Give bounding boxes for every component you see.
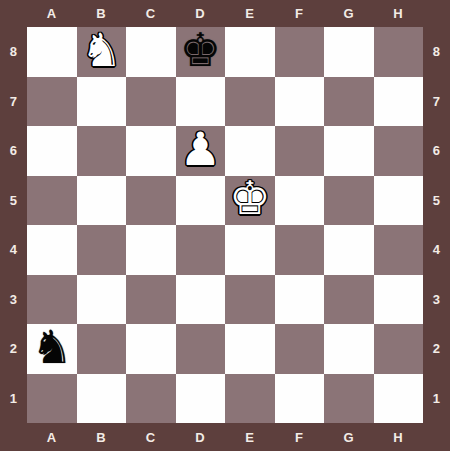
file-label-h: H [374, 0, 424, 27]
file-label-c: C [126, 423, 176, 451]
file-label-f: F [275, 423, 325, 451]
square-b3[interactable] [77, 275, 127, 325]
square-g4[interactable] [324, 225, 374, 275]
rank-label-1: 1 [423, 374, 450, 424]
white-king-e5[interactable]: ♚ [229, 175, 270, 221]
square-a2[interactable]: ♞ [27, 324, 77, 374]
square-e7[interactable] [225, 77, 275, 127]
rank-label-8: 8 [423, 27, 450, 77]
square-h8[interactable] [374, 27, 424, 77]
square-e4[interactable] [225, 225, 275, 275]
rank-label-3: 3 [0, 275, 27, 325]
rank-label-3: 3 [423, 275, 450, 325]
square-h3[interactable] [374, 275, 424, 325]
white-knight-b8[interactable]: ♞ [81, 27, 122, 73]
file-label-e: E [225, 0, 275, 27]
square-f4[interactable] [275, 225, 325, 275]
square-h6[interactable] [374, 126, 424, 176]
file-label-h: H [374, 423, 424, 451]
square-f7[interactable] [275, 77, 325, 127]
square-e1[interactable] [225, 374, 275, 424]
square-h7[interactable] [374, 77, 424, 127]
rank-label-6: 6 [0, 126, 27, 176]
square-h5[interactable] [374, 176, 424, 226]
square-e5[interactable]: ♚ [225, 176, 275, 226]
square-g7[interactable] [324, 77, 374, 127]
square-d7[interactable] [176, 77, 226, 127]
file-label-c: C [126, 0, 176, 27]
white-pawn-d6[interactable]: ♟ [180, 126, 221, 172]
square-g2[interactable] [324, 324, 374, 374]
square-d8[interactable]: ♚ [176, 27, 226, 77]
square-a6[interactable] [27, 126, 77, 176]
file-label-g: G [324, 0, 374, 27]
chessboard: ABCDEFGH ABCDEFGH 87654321 87654321 ♞♚♟♚… [0, 0, 450, 451]
rank-label-7: 7 [423, 77, 450, 127]
square-h4[interactable] [374, 225, 424, 275]
square-e8[interactable] [225, 27, 275, 77]
square-c3[interactable] [126, 275, 176, 325]
square-g3[interactable] [324, 275, 374, 325]
square-g6[interactable] [324, 126, 374, 176]
file-label-a: A [27, 423, 77, 451]
black-king-d8[interactable]: ♚ [180, 27, 221, 73]
square-c4[interactable] [126, 225, 176, 275]
rank-label-1: 1 [0, 374, 27, 424]
square-g8[interactable] [324, 27, 374, 77]
rank-label-8: 8 [0, 27, 27, 77]
rank-labels-right: 87654321 [423, 27, 450, 423]
square-e2[interactable] [225, 324, 275, 374]
rank-label-5: 5 [0, 176, 27, 226]
square-a8[interactable] [27, 27, 77, 77]
file-label-b: B [77, 423, 127, 451]
square-f5[interactable] [275, 176, 325, 226]
rank-label-2: 2 [423, 324, 450, 374]
square-d1[interactable] [176, 374, 226, 424]
file-label-f: F [275, 0, 325, 27]
square-c2[interactable] [126, 324, 176, 374]
file-label-d: D [176, 423, 226, 451]
rank-label-6: 6 [423, 126, 450, 176]
square-a3[interactable] [27, 275, 77, 325]
square-d3[interactable] [176, 275, 226, 325]
square-b8[interactable]: ♞ [77, 27, 127, 77]
rank-label-5: 5 [423, 176, 450, 226]
square-e3[interactable] [225, 275, 275, 325]
rank-label-2: 2 [0, 324, 27, 374]
square-c6[interactable] [126, 126, 176, 176]
square-b4[interactable] [77, 225, 127, 275]
board-grid: ♞♚♟♚♞ [27, 27, 423, 423]
square-b5[interactable] [77, 176, 127, 226]
square-c8[interactable] [126, 27, 176, 77]
rank-label-4: 4 [423, 225, 450, 275]
square-b7[interactable] [77, 77, 127, 127]
square-a4[interactable] [27, 225, 77, 275]
square-b1[interactable] [77, 374, 127, 424]
square-b2[interactable] [77, 324, 127, 374]
file-label-g: G [324, 423, 374, 451]
square-d2[interactable] [176, 324, 226, 374]
square-c1[interactable] [126, 374, 176, 424]
black-knight-a2[interactable]: ♞ [31, 324, 72, 370]
square-h2[interactable] [374, 324, 424, 374]
rank-labels-left: 87654321 [0, 27, 27, 423]
rank-label-4: 4 [0, 225, 27, 275]
file-label-e: E [225, 423, 275, 451]
square-h1[interactable] [374, 374, 424, 424]
square-f2[interactable] [275, 324, 325, 374]
square-c7[interactable] [126, 77, 176, 127]
square-b6[interactable] [77, 126, 127, 176]
square-a1[interactable] [27, 374, 77, 424]
square-f6[interactable] [275, 126, 325, 176]
square-d4[interactable] [176, 225, 226, 275]
square-d6[interactable]: ♟ [176, 126, 226, 176]
square-g5[interactable] [324, 176, 374, 226]
square-f1[interactable] [275, 374, 325, 424]
file-labels-bottom: ABCDEFGH [27, 423, 423, 451]
square-f8[interactable] [275, 27, 325, 77]
square-f3[interactable] [275, 275, 325, 325]
square-a7[interactable] [27, 77, 77, 127]
square-a5[interactable] [27, 176, 77, 226]
square-e6[interactable] [225, 126, 275, 176]
square-g1[interactable] [324, 374, 374, 424]
square-d5[interactable] [176, 176, 226, 226]
square-c5[interactable] [126, 176, 176, 226]
file-label-a: A [27, 0, 77, 27]
rank-label-7: 7 [0, 77, 27, 127]
